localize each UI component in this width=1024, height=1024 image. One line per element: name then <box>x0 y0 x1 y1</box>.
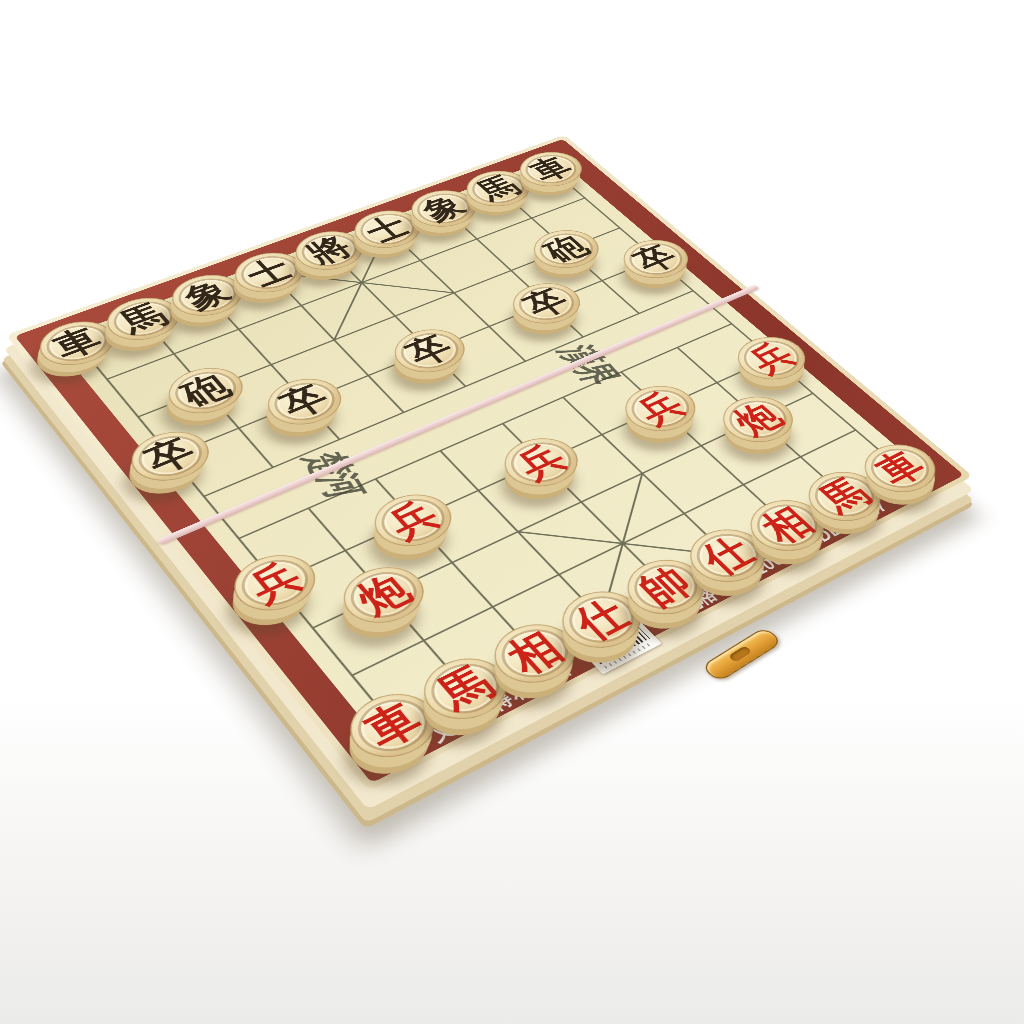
piece-glyph: 仕 <box>567 594 636 646</box>
piece-glyph: 馬 <box>812 474 877 519</box>
piece-glyph: 象 <box>178 277 237 314</box>
piece-glyph: 車 <box>356 696 429 754</box>
piece-glyph: 兵 <box>629 388 691 429</box>
piece-black-cannon[interactable]: 砲 <box>522 223 611 276</box>
piece-black-soldier[interactable]: 卒 <box>500 276 592 332</box>
piece-glyph: 兵 <box>241 557 309 608</box>
piece-glyph: 馬 <box>430 661 502 717</box>
piece-glyph: 卒 <box>517 285 576 322</box>
piece-glyph: 卒 <box>627 242 684 277</box>
piece-glyph: 車 <box>868 446 932 490</box>
piece-glyph: 炮 <box>727 398 789 440</box>
piece-black-soldier[interactable]: 卒 <box>382 321 478 381</box>
piece-glyph: 帥 <box>632 562 700 612</box>
piece-red-soldier[interactable]: 兵 <box>491 429 592 496</box>
piece-black-soldier[interactable]: 卒 <box>255 370 354 434</box>
piece-glyph: 卒 <box>400 331 460 370</box>
piece-glyph: 兵 <box>380 497 446 544</box>
clasp <box>701 627 784 683</box>
piece-glyph: 卒 <box>138 434 202 479</box>
piece-black-soldier[interactable]: 卒 <box>611 233 701 286</box>
piece-glyph: 砲 <box>175 370 237 412</box>
piece-glyph: 車 <box>47 323 108 363</box>
xiangqi-board: 楚河 漢界 車馬象士將士象馬車砲砲卒卒卒卒卒兵兵兵兵兵炮炮車馬相仕帥仕相馬車 义… <box>6 135 973 792</box>
piece-red-soldier[interactable]: 兵 <box>724 329 818 388</box>
piece-glyph: 卒 <box>274 381 336 423</box>
piece-glyph: 炮 <box>349 569 418 620</box>
piece-glyph: 象 <box>416 192 472 225</box>
piece-glyph: 相 <box>500 627 571 681</box>
piece-glyph: 馬 <box>471 172 526 204</box>
piece-glyph: 仕 <box>694 531 761 579</box>
piece-glyph: 兵 <box>509 440 573 484</box>
piece-glyph: 相 <box>754 502 820 549</box>
board-grid[interactable]: 車馬象士將士象馬車砲砲卒卒卒卒卒兵兵兵兵兵炮炮車馬相仕帥仕相馬車 <box>29 146 950 770</box>
piece-red-cannon[interactable]: 炮 <box>329 557 438 635</box>
piece-glyph: 將 <box>301 233 358 268</box>
piece-glyph: 兵 <box>741 339 801 378</box>
piece-black-cannon[interactable]: 砲 <box>156 359 255 422</box>
piece-red-soldier[interactable]: 兵 <box>361 485 466 557</box>
piece-glyph: 士 <box>359 212 415 246</box>
piece-red-soldier[interactable]: 兵 <box>612 377 710 440</box>
piece-glyph: 馬 <box>114 300 174 339</box>
piece-red-cannon[interactable]: 炮 <box>709 388 807 451</box>
photo-stage: 楚河 漢界 車馬象士將士象馬車砲砲卒卒卒卒卒兵兵兵兵兵炮炮車馬相仕帥仕相馬車 义… <box>0 0 1024 1024</box>
piece-glyph: 砲 <box>538 232 595 267</box>
piece-glyph: 車 <box>524 153 578 184</box>
piece-glyph: 士 <box>240 254 298 290</box>
